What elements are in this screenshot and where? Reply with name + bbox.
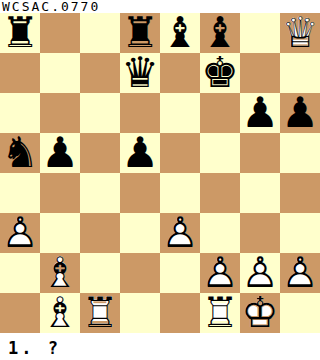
piece-white-rook: ♜♖ [80, 293, 120, 333]
chess-board: ♜♜♝♝♛♕♛♚♟♟♞♟♟♟♙♟♙♝♗♟♙♟♙♟♙♝♗♜♖♜♖♚♔ [0, 13, 320, 333]
white-queen-fill-glyph: ♛ [280, 13, 320, 53]
black-bishop-glyph: ♝ [200, 13, 240, 53]
black-pawn-glyph: ♟ [40, 133, 80, 173]
square-c8[interactable] [80, 13, 120, 53]
piece-white-rook: ♜♖ [200, 293, 240, 333]
piece-white-bishop: ♝♗ [40, 253, 80, 293]
piece-white-pawn: ♟♙ [240, 253, 280, 293]
square-e3[interactable]: ♟♙ [160, 213, 200, 253]
square-f7[interactable]: ♚ [200, 53, 240, 93]
square-a7[interactable] [0, 53, 40, 93]
square-f1[interactable]: ♜♖ [200, 293, 240, 333]
white-pawn-glyph: ♙ [200, 253, 240, 293]
square-g2[interactable]: ♟♙ [240, 253, 280, 293]
piece-black-king: ♚ [200, 53, 240, 93]
square-b2[interactable]: ♝♗ [40, 253, 80, 293]
white-bishop-fill-glyph: ♝ [40, 293, 80, 333]
white-bishop-fill-glyph: ♝ [40, 253, 80, 293]
square-b4[interactable] [40, 173, 80, 213]
piece-black-knight: ♞ [0, 133, 40, 173]
square-c5[interactable] [80, 133, 120, 173]
white-pawn-fill-glyph: ♟ [200, 253, 240, 293]
square-e2[interactable] [160, 253, 200, 293]
square-a1[interactable] [0, 293, 40, 333]
square-f8[interactable]: ♝ [200, 13, 240, 53]
square-d6[interactable] [120, 93, 160, 133]
white-pawn-fill-glyph: ♟ [240, 253, 280, 293]
square-e1[interactable] [160, 293, 200, 333]
square-a6[interactable] [0, 93, 40, 133]
square-c4[interactable] [80, 173, 120, 213]
white-queen-glyph: ♕ [280, 13, 320, 53]
black-pawn-glyph: ♟ [240, 93, 280, 133]
puzzle-title: WCSAC.0770 [0, 0, 320, 13]
white-king-glyph: ♔ [240, 293, 280, 333]
square-c1[interactable]: ♜♖ [80, 293, 120, 333]
black-pawn-glyph: ♟ [120, 133, 160, 173]
piece-black-rook: ♜ [0, 13, 40, 53]
black-pawn-glyph: ♟ [280, 93, 320, 133]
square-c2[interactable] [80, 253, 120, 293]
square-h7[interactable] [280, 53, 320, 93]
piece-black-pawn: ♟ [120, 133, 160, 173]
piece-black-bishop: ♝ [160, 13, 200, 53]
square-f4[interactable] [200, 173, 240, 213]
square-e4[interactable] [160, 173, 200, 213]
square-h5[interactable] [280, 133, 320, 173]
square-h6[interactable]: ♟ [280, 93, 320, 133]
piece-white-pawn: ♟♙ [160, 213, 200, 253]
piece-black-queen: ♛ [120, 53, 160, 93]
piece-black-pawn: ♟ [240, 93, 280, 133]
square-d2[interactable] [120, 253, 160, 293]
square-a4[interactable] [0, 173, 40, 213]
white-pawn-fill-glyph: ♟ [280, 253, 320, 293]
square-f6[interactable] [200, 93, 240, 133]
square-f2[interactable]: ♟♙ [200, 253, 240, 293]
square-c7[interactable] [80, 53, 120, 93]
square-h3[interactable] [280, 213, 320, 253]
square-g1[interactable]: ♚♔ [240, 293, 280, 333]
square-b3[interactable] [40, 213, 80, 253]
square-g8[interactable] [240, 13, 280, 53]
black-rook-glyph: ♜ [0, 13, 40, 53]
piece-black-pawn: ♟ [280, 93, 320, 133]
white-king-fill-glyph: ♚ [240, 293, 280, 333]
square-h2[interactable]: ♟♙ [280, 253, 320, 293]
square-d4[interactable] [120, 173, 160, 213]
square-c3[interactable] [80, 213, 120, 253]
square-g5[interactable] [240, 133, 280, 173]
piece-black-rook: ♜ [120, 13, 160, 53]
white-rook-fill-glyph: ♜ [80, 293, 120, 333]
square-f5[interactable] [200, 133, 240, 173]
piece-white-queen: ♛♕ [280, 13, 320, 53]
square-h4[interactable] [280, 173, 320, 213]
white-pawn-glyph: ♙ [160, 213, 200, 253]
square-d1[interactable] [120, 293, 160, 333]
piece-white-pawn: ♟♙ [200, 253, 240, 293]
black-queen-glyph: ♛ [120, 53, 160, 93]
piece-black-bishop: ♝ [200, 13, 240, 53]
square-h1[interactable] [280, 293, 320, 333]
white-pawn-glyph: ♙ [240, 253, 280, 293]
white-bishop-glyph: ♗ [40, 293, 80, 333]
piece-white-king: ♚♔ [240, 293, 280, 333]
white-rook-fill-glyph: ♜ [200, 293, 240, 333]
white-rook-glyph: ♖ [200, 293, 240, 333]
square-e6[interactable] [160, 93, 200, 133]
square-d3[interactable] [120, 213, 160, 253]
square-c6[interactable] [80, 93, 120, 133]
square-f3[interactable] [200, 213, 240, 253]
square-b5[interactable]: ♟ [40, 133, 80, 173]
square-e5[interactable] [160, 133, 200, 173]
black-knight-glyph: ♞ [0, 133, 40, 173]
square-g4[interactable] [240, 173, 280, 213]
square-d5[interactable]: ♟ [120, 133, 160, 173]
white-pawn-glyph: ♙ [280, 253, 320, 293]
square-a2[interactable] [0, 253, 40, 293]
square-a8[interactable]: ♜ [0, 13, 40, 53]
square-e7[interactable] [160, 53, 200, 93]
move-prompt: 1. ? [0, 333, 320, 360]
white-pawn-fill-glyph: ♟ [160, 213, 200, 253]
square-e8[interactable]: ♝ [160, 13, 200, 53]
square-g7[interactable] [240, 53, 280, 93]
white-rook-glyph: ♖ [80, 293, 120, 333]
black-king-glyph: ♚ [200, 53, 240, 93]
square-g3[interactable] [240, 213, 280, 253]
square-a5[interactable]: ♞ [0, 133, 40, 173]
square-b7[interactable] [40, 53, 80, 93]
piece-black-pawn: ♟ [40, 133, 80, 173]
square-d7[interactable]: ♛ [120, 53, 160, 93]
white-pawn-fill-glyph: ♟ [0, 213, 40, 253]
square-d8[interactable]: ♜ [120, 13, 160, 53]
piece-white-pawn: ♟♙ [0, 213, 40, 253]
piece-white-bishop: ♝♗ [40, 293, 80, 333]
square-b8[interactable] [40, 13, 80, 53]
square-b1[interactable]: ♝♗ [40, 293, 80, 333]
white-pawn-glyph: ♙ [0, 213, 40, 253]
white-bishop-glyph: ♗ [40, 253, 80, 293]
piece-white-pawn: ♟♙ [280, 253, 320, 293]
square-h8[interactable]: ♛♕ [280, 13, 320, 53]
square-a3[interactable]: ♟♙ [0, 213, 40, 253]
square-g6[interactable]: ♟ [240, 93, 280, 133]
black-bishop-glyph: ♝ [160, 13, 200, 53]
square-b6[interactable] [40, 93, 80, 133]
black-rook-glyph: ♜ [120, 13, 160, 53]
